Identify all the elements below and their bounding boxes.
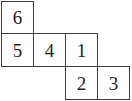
board-cell-1: 1 xyxy=(65,33,98,67)
board: 654123 xyxy=(0,0,132,101)
board-cell-2: 2 xyxy=(65,66,98,100)
board-cell-5: 5 xyxy=(1,33,34,67)
board-cell-6: 6 xyxy=(1,1,34,34)
board-cell-3: 3 xyxy=(97,66,130,100)
board-cell-4: 4 xyxy=(33,33,66,67)
puzzle-canvas: 654123 xyxy=(0,0,132,101)
